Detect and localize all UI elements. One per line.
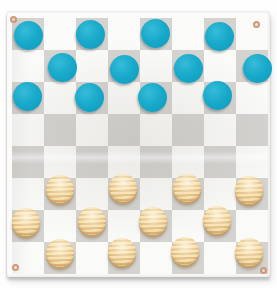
wood-piece-h[interactable] — [235, 238, 263, 266]
checkers-photo-scene — [0, 0, 277, 288]
wood-piece-b[interactable] — [46, 239, 74, 267]
wood-piece-b3[interactable] — [46, 175, 74, 203]
teal-piece-d7[interactable] — [110, 55, 139, 84]
wood-piece-a2[interactable] — [12, 208, 40, 236]
teal-piece-a8[interactable] — [14, 21, 43, 50]
teal-piece-f7[interactable] — [174, 54, 203, 83]
wood-piece-d[interactable] — [108, 238, 136, 266]
wood-piece-f[interactable] — [171, 237, 199, 265]
wood-piece-f3[interactable] — [173, 174, 201, 202]
checkers-mat — [7, 12, 270, 277]
teal-piece-b7[interactable] — [48, 53, 77, 82]
teal-piece-e6[interactable] — [138, 83, 167, 112]
teal-piece-a6[interactable] — [13, 82, 42, 111]
grommet-bottom-left — [12, 264, 19, 271]
grommet-bottom-right — [260, 267, 267, 274]
wood-piece-g2[interactable] — [203, 206, 231, 234]
wood-piece-h3[interactable] — [235, 176, 263, 204]
wood-piece-c2[interactable] — [78, 207, 106, 235]
pieces-layer — [12, 18, 268, 274]
teal-piece-h7[interactable] — [243, 54, 272, 83]
teal-piece-g6[interactable] — [203, 81, 232, 110]
wood-piece-d3[interactable] — [109, 174, 137, 202]
teal-piece-e8[interactable] — [141, 19, 170, 48]
grommet-top-right — [253, 21, 260, 28]
grommet-top-left — [10, 16, 17, 23]
teal-piece-c8[interactable] — [76, 20, 105, 49]
wood-piece-e2[interactable] — [139, 207, 167, 235]
teal-piece-c6[interactable] — [75, 83, 104, 112]
teal-piece-g8[interactable] — [205, 22, 234, 51]
